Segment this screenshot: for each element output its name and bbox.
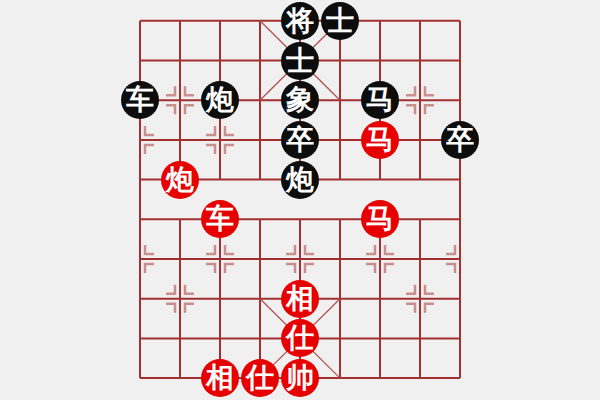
piece-black-cannon[interactable]: 炮 (201, 81, 239, 119)
piece-red-elephant[interactable]: 相 (201, 359, 239, 397)
piece-red-advisor[interactable]: 仕 (241, 359, 279, 397)
piece-black-general[interactable]: 将 (281, 2, 319, 40)
piece-red-elephant[interactable]: 相 (281, 280, 319, 318)
piece-black-cannon[interactable]: 炮 (281, 161, 319, 199)
piece-red-horse[interactable]: 马 (361, 121, 399, 159)
piece-black-horse[interactable]: 马 (361, 81, 399, 119)
piece-red-advisor[interactable]: 仕 (281, 319, 319, 357)
piece-red-cannon[interactable]: 炮 (161, 161, 199, 199)
piece-black-advisor[interactable]: 士 (281, 42, 319, 80)
piece-black-advisor[interactable]: 士 (321, 2, 359, 40)
piece-red-general[interactable]: 帅 (281, 359, 319, 397)
piece-black-pawn[interactable]: 卒 (441, 121, 479, 159)
xiangqi-board[interactable]: 将士士车炮象马卒卒炮马炮车马相仕相仕帅 (0, 0, 600, 400)
piece-red-chariot[interactable]: 车 (201, 200, 239, 238)
piece-black-elephant[interactable]: 象 (281, 81, 319, 119)
pieces-layer: 将士士车炮象马卒卒炮马炮车马相仕相仕帅 (0, 0, 600, 400)
piece-black-chariot[interactable]: 车 (121, 81, 159, 119)
piece-black-pawn[interactable]: 卒 (281, 121, 319, 159)
piece-red-horse[interactable]: 马 (361, 200, 399, 238)
